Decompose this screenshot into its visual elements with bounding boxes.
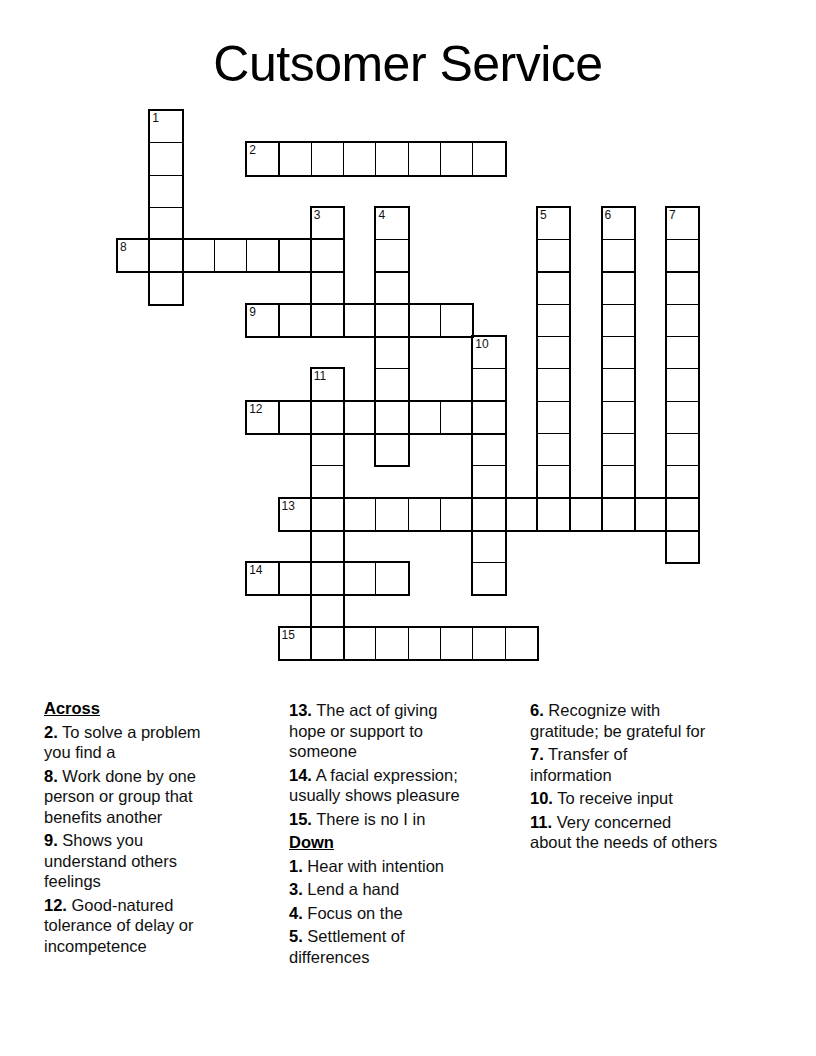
clue-number: 14. [289,766,312,784]
cell-r6c10[interactable] [440,304,473,337]
cell-r12c15[interactable] [602,498,635,531]
cell-number-6: 6 [605,208,612,222]
cell-r12c9[interactable] [408,498,441,531]
clue-number: 3. [289,880,303,898]
cell-r9c6[interactable] [311,401,344,434]
crossword-page: { "game": "crossword", "title": "Cutsome… [0,0,816,1056]
clue-text: Recognize with gratitude; be grateful fo… [530,701,705,740]
clue-column-right: 6. Recognize with gratitude; be grateful… [530,700,792,856]
cell-r12c14[interactable] [569,498,602,531]
cell-r3c8[interactable]: 4 [375,207,408,240]
cell-r11c15[interactable] [602,465,635,498]
cell-r7c15[interactable] [602,336,635,369]
cell-r12c7[interactable] [343,498,376,531]
cell-r14c5[interactable] [279,562,312,595]
cell-number-4: 4 [378,208,385,222]
cell-number-11: 11 [314,369,326,383]
cell-r10c11[interactable] [472,433,505,466]
clue-text: Focus on the [307,904,402,922]
cell-r13c6[interactable] [311,530,344,563]
clue-across-14: 14. A facial expression; usually shows p… [289,765,519,806]
clue-text: Work done by one person or group that be… [44,767,196,826]
clue-down-7: 7. Transfer of information [530,744,792,785]
cell-r6c9[interactable] [408,304,441,337]
cell-r10c15[interactable] [602,433,635,466]
clue-column-middle: 13. The act of giving hope or support to… [289,700,519,970]
clue-number: 12. [44,896,67,914]
cell-r3c15[interactable]: 6 [602,207,635,240]
cell-r0c1[interactable]: 1 [149,110,182,143]
cell-number-12: 12 [249,402,262,416]
cell-r4c4[interactable] [246,239,279,272]
cell-r9c10[interactable] [440,401,473,434]
clue-text: Hear with intention [307,857,444,875]
cell-r11c13[interactable] [537,465,570,498]
clue-across-2: 2. To solve a problem you find a [44,722,256,763]
cell-r12c13[interactable] [537,498,570,531]
cell-r1c1[interactable] [149,142,182,175]
clue-number: 5. [289,927,303,945]
cell-number-10: 10 [475,337,488,351]
clue-down-10: 10. To receive input [530,788,792,809]
cell-r6c5[interactable] [279,304,312,337]
cell-r5c6[interactable] [311,272,344,305]
cell-number-3: 3 [314,208,321,222]
cell-r8c17[interactable] [666,368,699,401]
clue-number: 6. [530,701,544,719]
clue-text: Good-natured tolerance of delay or incom… [44,896,194,955]
cell-r1c8[interactable] [375,142,408,175]
cell-r12c16[interactable] [634,498,667,531]
cell-r3c6[interactable]: 3 [311,207,344,240]
cell-r5c8[interactable] [375,272,408,305]
cell-r14c7[interactable] [343,562,376,595]
cell-r7c11[interactable]: 10 [472,336,505,369]
cell-r8c6[interactable]: 11 [311,368,344,401]
cell-r9c11[interactable] [472,401,505,434]
cell-number-7: 7 [669,208,676,222]
cell-r8c11[interactable] [472,368,505,401]
clue-text: There is no I in [316,810,425,828]
cell-number-15: 15 [282,628,295,642]
cell-r16c8[interactable] [375,627,408,660]
cell-r4c5[interactable] [279,239,312,272]
clue-number: 8. [44,767,58,785]
clue-number: 15. [289,810,312,828]
cell-r4c8[interactable] [375,239,408,272]
cell-r3c1[interactable] [149,207,182,240]
cell-r16c11[interactable] [472,627,505,660]
cell-r9c8[interactable] [375,401,408,434]
clue-text: Very concerned about the needs of others [530,813,717,852]
cell-r12c12[interactable] [505,498,538,531]
cell-r3c13[interactable]: 5 [537,207,570,240]
cell-r14c8[interactable] [375,562,408,595]
cell-r16c9[interactable] [408,627,441,660]
clue-number: 10. [530,789,553,807]
clue-number: 4. [289,904,303,922]
cell-r1c4[interactable]: 2 [246,142,279,175]
cell-r14c4[interactable]: 14 [246,562,279,595]
cell-r2c1[interactable] [149,175,182,208]
cell-r13c11[interactable] [472,530,505,563]
clue-down-4: 4. Focus on the [289,903,519,924]
clue-across-12: 12. Good-natured tolerance of delay or i… [44,895,256,957]
cell-r12c17[interactable] [666,498,699,531]
cell-r4c2[interactable] [182,239,215,272]
clue-text: A facial expression; usually shows pleas… [289,766,460,805]
cell-r1c9[interactable] [408,142,441,175]
clue-column-left: Across 2. To solve a problem you find a … [44,698,256,959]
cell-r12c10[interactable] [440,498,473,531]
cell-r7c13[interactable] [537,336,570,369]
clue-down-11: 11. Very concerned about the needs of ot… [530,812,792,853]
cell-r15c6[interactable] [311,595,344,628]
cell-r4c15[interactable] [602,239,635,272]
clue-down-5: 5. Settlement of differences [289,926,519,967]
clue-number: 7. [530,745,544,763]
clue-number: 13. [289,701,312,719]
cell-r16c7[interactable] [343,627,376,660]
cell-r11c17[interactable] [666,465,699,498]
cell-r9c13[interactable] [537,401,570,434]
cell-r5c13[interactable] [537,272,570,305]
cell-r3c17[interactable]: 7 [666,207,699,240]
clue-number: 1. [289,857,303,875]
cell-r6c13[interactable] [537,304,570,337]
cell-r1c5[interactable] [279,142,312,175]
cell-r1c7[interactable] [343,142,376,175]
cell-r6c6[interactable] [311,304,344,337]
cell-r12c8[interactable] [375,498,408,531]
cell-r6c17[interactable] [666,304,699,337]
cell-r5c15[interactable] [602,272,635,305]
clue-number: 9. [44,831,58,849]
down-header: Down [289,832,519,853]
clue-down-1: 1. Hear with intention [289,856,519,877]
cell-r9c5[interactable] [279,401,312,434]
cell-r4c3[interactable] [214,239,247,272]
cell-number-13: 13 [282,499,295,513]
cell-r7c17[interactable] [666,336,699,369]
cell-r8c13[interactable] [537,368,570,401]
clue-across-9: 9. Shows you understand others feelings [44,830,256,892]
cell-number-5: 5 [540,208,547,222]
clue-text: Transfer of information [530,745,627,784]
cell-r12c5[interactable]: 13 [279,498,312,531]
cell-r8c15[interactable] [602,368,635,401]
cell-r1c11[interactable] [472,142,505,175]
cell-r16c10[interactable] [440,627,473,660]
cell-r4c6[interactable] [311,239,344,272]
cell-r9c4[interactable]: 12 [246,401,279,434]
clue-text: To solve a problem you find a [44,723,201,762]
cell-number-14: 14 [249,563,262,577]
cell-r9c17[interactable] [666,401,699,434]
crossword-grid: 123456789101112131415 [0,0,816,700]
cell-r6c8[interactable] [375,304,408,337]
clue-text: The act of giving hope or support to som… [289,701,437,760]
clue-text: Shows you understand others feelings [44,831,177,890]
cell-r9c7[interactable] [343,401,376,434]
cell-r16c6[interactable] [311,627,344,660]
cell-r10c17[interactable] [666,433,699,466]
cell-r9c15[interactable] [602,401,635,434]
clue-number: 11. [530,813,552,831]
cell-r10c13[interactable] [537,433,570,466]
cell-r13c17[interactable] [666,530,699,563]
cell-r14c6[interactable] [311,562,344,595]
clue-text: Settlement of differences [289,927,405,966]
cell-number-9: 9 [249,305,256,319]
cell-r12c6[interactable] [311,498,344,531]
clue-down-3: 3. Lend a hand [289,879,519,900]
cell-r8c8[interactable] [375,368,408,401]
cell-r6c7[interactable] [343,304,376,337]
cell-r11c11[interactable] [472,465,505,498]
cell-r10c6[interactable] [311,433,344,466]
cell-r4c17[interactable] [666,239,699,272]
clue-text: To receive input [557,789,673,807]
cell-number-8: 8 [120,240,127,254]
cell-r10c8[interactable] [375,433,408,466]
cell-r14c11[interactable] [472,562,505,595]
cell-r4c13[interactable] [537,239,570,272]
cell-r5c17[interactable] [666,272,699,305]
clue-down-6: 6. Recognize with gratitude; be grateful… [530,700,792,741]
clue-across-15: 15. There is no I in [289,809,519,830]
cell-r6c15[interactable] [602,304,635,337]
cell-r16c5[interactable]: 15 [279,627,312,660]
across-header: Across [44,698,256,719]
cell-r16c12[interactable] [505,627,538,660]
cell-number-1: 1 [152,111,159,125]
clue-across-8: 8. Work done by one person or group that… [44,766,256,828]
cell-r4c0[interactable]: 8 [117,239,150,272]
cell-r7c8[interactable] [375,336,408,369]
cell-r12c11[interactable] [472,498,505,531]
cell-r1c6[interactable] [311,142,344,175]
cell-r11c6[interactable] [311,465,344,498]
clue-text: Lend a hand [307,880,399,898]
clue-across-13: 13. The act of giving hope or support to… [289,700,519,762]
cell-r1c10[interactable] [440,142,473,175]
cell-r9c9[interactable] [408,401,441,434]
cell-r6c4[interactable]: 9 [246,304,279,337]
cell-number-2: 2 [249,143,256,157]
cell-r4c1[interactable] [149,239,182,272]
clue-number: 2. [44,723,58,741]
cell-r5c1[interactable] [149,272,182,305]
